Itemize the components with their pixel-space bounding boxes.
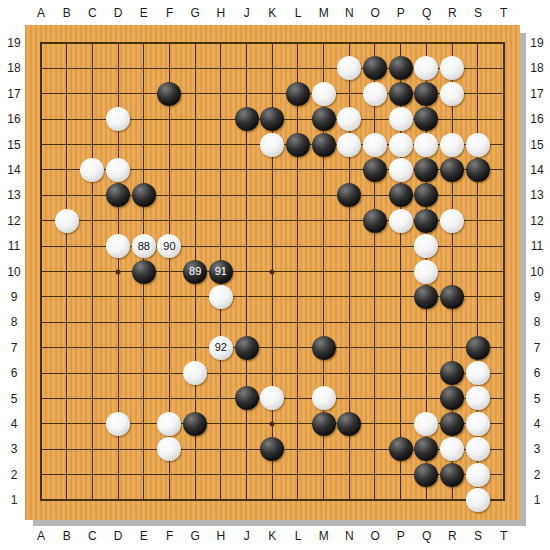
- intersection-P9[interactable]: [388, 284, 414, 309]
- intersection-P11[interactable]: [388, 233, 414, 258]
- intersection-O2[interactable]: [362, 462, 388, 487]
- intersection-L11[interactable]: [285, 233, 311, 258]
- intersection-N7[interactable]: [336, 335, 362, 360]
- intersection-O3[interactable]: [362, 437, 388, 462]
- intersection-L12[interactable]: [285, 208, 311, 233]
- intersection-T5[interactable]: [491, 386, 517, 411]
- intersection-J11[interactable]: [234, 233, 260, 258]
- intersection-A2[interactable]: [28, 462, 54, 487]
- intersection-B9[interactable]: [54, 284, 80, 309]
- intersection-J3[interactable]: [234, 437, 260, 462]
- intersection-Q11[interactable]: [414, 233, 440, 258]
- intersection-K4[interactable]: [259, 411, 285, 436]
- intersection-K10[interactable]: [259, 259, 285, 284]
- intersection-B14[interactable]: [54, 157, 80, 182]
- intersection-K5[interactable]: [259, 386, 285, 411]
- intersection-G8[interactable]: [182, 310, 208, 335]
- intersection-N3[interactable]: [336, 437, 362, 462]
- intersection-N15[interactable]: [336, 132, 362, 157]
- intersection-C2[interactable]: [80, 462, 106, 487]
- intersection-J19[interactable]: [234, 30, 260, 55]
- intersection-K13[interactable]: [259, 183, 285, 208]
- intersection-R14[interactable]: [439, 157, 465, 182]
- intersection-A7[interactable]: [28, 335, 54, 360]
- intersection-M6[interactable]: [311, 360, 337, 385]
- intersection-M12[interactable]: [311, 208, 337, 233]
- intersection-A3[interactable]: [28, 437, 54, 462]
- intersection-B8[interactable]: [54, 310, 80, 335]
- intersection-C6[interactable]: [80, 360, 106, 385]
- intersection-S8[interactable]: [465, 310, 491, 335]
- intersection-D9[interactable]: [105, 284, 131, 309]
- intersection-G10[interactable]: 89: [182, 259, 208, 284]
- intersection-K6[interactable]: [259, 360, 285, 385]
- intersection-O14[interactable]: [362, 157, 388, 182]
- intersection-A17[interactable]: [28, 81, 54, 106]
- intersection-O8[interactable]: [362, 310, 388, 335]
- intersection-G2[interactable]: [182, 462, 208, 487]
- intersection-F4[interactable]: [157, 411, 183, 436]
- intersection-R17[interactable]: [439, 81, 465, 106]
- intersection-J6[interactable]: [234, 360, 260, 385]
- intersection-S4[interactable]: [465, 411, 491, 436]
- intersection-G12[interactable]: [182, 208, 208, 233]
- intersection-Q19[interactable]: [414, 30, 440, 55]
- intersection-A6[interactable]: [28, 360, 54, 385]
- intersection-O12[interactable]: [362, 208, 388, 233]
- intersection-G3[interactable]: [182, 437, 208, 462]
- intersection-G9[interactable]: [182, 284, 208, 309]
- intersection-M17[interactable]: [311, 81, 337, 106]
- intersection-N8[interactable]: [336, 310, 362, 335]
- intersection-Q16[interactable]: [414, 106, 440, 131]
- intersection-J2[interactable]: [234, 462, 260, 487]
- intersection-H8[interactable]: [208, 310, 234, 335]
- intersection-G16[interactable]: [182, 106, 208, 131]
- intersection-P8[interactable]: [388, 310, 414, 335]
- intersection-K14[interactable]: [259, 157, 285, 182]
- intersection-R6[interactable]: [439, 360, 465, 385]
- intersection-S9[interactable]: [465, 284, 491, 309]
- intersection-T2[interactable]: [491, 462, 517, 487]
- intersection-O15[interactable]: [362, 132, 388, 157]
- intersection-G1[interactable]: [182, 487, 208, 512]
- intersection-K7[interactable]: [259, 335, 285, 360]
- intersection-S7[interactable]: [465, 335, 491, 360]
- intersection-R13[interactable]: [439, 183, 465, 208]
- intersection-B6[interactable]: [54, 360, 80, 385]
- intersection-H6[interactable]: [208, 360, 234, 385]
- intersection-P10[interactable]: [388, 259, 414, 284]
- intersection-F2[interactable]: [157, 462, 183, 487]
- intersection-E9[interactable]: [131, 284, 157, 309]
- intersection-N18[interactable]: [336, 56, 362, 81]
- intersection-O9[interactable]: [362, 284, 388, 309]
- intersection-A19[interactable]: [28, 30, 54, 55]
- intersection-G11[interactable]: [182, 233, 208, 258]
- intersection-R19[interactable]: [439, 30, 465, 55]
- intersection-C12[interactable]: [80, 208, 106, 233]
- intersection-P1[interactable]: [388, 487, 414, 512]
- intersection-P7[interactable]: [388, 335, 414, 360]
- intersection-S18[interactable]: [465, 56, 491, 81]
- intersection-P18[interactable]: [388, 56, 414, 81]
- intersection-S10[interactable]: [465, 259, 491, 284]
- intersection-P17[interactable]: [388, 81, 414, 106]
- intersection-B15[interactable]: [54, 132, 80, 157]
- intersection-T14[interactable]: [491, 157, 517, 182]
- intersection-R3[interactable]: [439, 437, 465, 462]
- intersection-P14[interactable]: [388, 157, 414, 182]
- intersection-T1[interactable]: [491, 487, 517, 512]
- intersection-Q18[interactable]: [414, 56, 440, 81]
- intersection-R4[interactable]: [439, 411, 465, 436]
- intersection-O7[interactable]: [362, 335, 388, 360]
- intersection-L3[interactable]: [285, 437, 311, 462]
- intersection-Q1[interactable]: [414, 487, 440, 512]
- intersection-F8[interactable]: [157, 310, 183, 335]
- intersection-Q10[interactable]: [414, 259, 440, 284]
- intersection-S2[interactable]: [465, 462, 491, 487]
- intersection-K3[interactable]: [259, 437, 285, 462]
- intersection-T17[interactable]: [491, 81, 517, 106]
- intersection-B5[interactable]: [54, 386, 80, 411]
- intersection-C9[interactable]: [80, 284, 106, 309]
- intersection-Q12[interactable]: [414, 208, 440, 233]
- intersection-Q14[interactable]: [414, 157, 440, 182]
- intersection-S14[interactable]: [465, 157, 491, 182]
- intersection-M3[interactable]: [311, 437, 337, 462]
- intersection-H12[interactable]: [208, 208, 234, 233]
- intersection-R1[interactable]: [439, 487, 465, 512]
- intersection-J1[interactable]: [234, 487, 260, 512]
- intersection-F18[interactable]: [157, 56, 183, 81]
- intersection-E1[interactable]: [131, 487, 157, 512]
- intersection-P4[interactable]: [388, 411, 414, 436]
- intersection-G13[interactable]: [182, 183, 208, 208]
- intersection-N9[interactable]: [336, 284, 362, 309]
- intersection-B16[interactable]: [54, 106, 80, 131]
- intersection-O17[interactable]: [362, 81, 388, 106]
- intersection-F11[interactable]: 90: [157, 233, 183, 258]
- intersection-H1[interactable]: [208, 487, 234, 512]
- intersection-G5[interactable]: [182, 386, 208, 411]
- intersection-R16[interactable]: [439, 106, 465, 131]
- intersection-R12[interactable]: [439, 208, 465, 233]
- intersection-F7[interactable]: [157, 335, 183, 360]
- intersection-M1[interactable]: [311, 487, 337, 512]
- intersection-H7[interactable]: 92: [208, 335, 234, 360]
- intersection-J10[interactable]: [234, 259, 260, 284]
- intersection-N4[interactable]: [336, 411, 362, 436]
- intersection-G6[interactable]: [182, 360, 208, 385]
- intersection-L13[interactable]: [285, 183, 311, 208]
- intersection-T12[interactable]: [491, 208, 517, 233]
- intersection-L4[interactable]: [285, 411, 311, 436]
- intersection-M13[interactable]: [311, 183, 337, 208]
- intersection-C16[interactable]: [80, 106, 106, 131]
- intersection-H11[interactable]: [208, 233, 234, 258]
- intersection-T16[interactable]: [491, 106, 517, 131]
- intersection-M14[interactable]: [311, 157, 337, 182]
- intersection-R2[interactable]: [439, 462, 465, 487]
- intersection-G15[interactable]: [182, 132, 208, 157]
- intersection-H3[interactable]: [208, 437, 234, 462]
- intersection-P6[interactable]: [388, 360, 414, 385]
- intersection-T10[interactable]: [491, 259, 517, 284]
- intersection-A16[interactable]: [28, 106, 54, 131]
- intersection-K15[interactable]: [259, 132, 285, 157]
- intersection-F1[interactable]: [157, 487, 183, 512]
- intersection-D12[interactable]: [105, 208, 131, 233]
- intersection-Q7[interactable]: [414, 335, 440, 360]
- intersection-E11[interactable]: 88: [131, 233, 157, 258]
- intersection-B11[interactable]: [54, 233, 80, 258]
- intersection-A12[interactable]: [28, 208, 54, 233]
- intersection-B12[interactable]: [54, 208, 80, 233]
- intersection-H16[interactable]: [208, 106, 234, 131]
- intersection-O16[interactable]: [362, 106, 388, 131]
- intersection-C17[interactable]: [80, 81, 106, 106]
- intersection-T19[interactable]: [491, 30, 517, 55]
- intersection-D8[interactable]: [105, 310, 131, 335]
- intersection-M7[interactable]: [311, 335, 337, 360]
- intersection-H18[interactable]: [208, 56, 234, 81]
- intersection-N13[interactable]: [336, 183, 362, 208]
- intersection-A13[interactable]: [28, 183, 54, 208]
- intersection-H2[interactable]: [208, 462, 234, 487]
- intersection-L1[interactable]: [285, 487, 311, 512]
- intersection-H10[interactable]: 91: [208, 259, 234, 284]
- intersection-D16[interactable]: [105, 106, 131, 131]
- intersection-B19[interactable]: [54, 30, 80, 55]
- intersection-C1[interactable]: [80, 487, 106, 512]
- intersection-J15[interactable]: [234, 132, 260, 157]
- intersection-E4[interactable]: [131, 411, 157, 436]
- intersection-D5[interactable]: [105, 386, 131, 411]
- intersection-H19[interactable]: [208, 30, 234, 55]
- intersection-B4[interactable]: [54, 411, 80, 436]
- intersection-L15[interactable]: [285, 132, 311, 157]
- intersection-G17[interactable]: [182, 81, 208, 106]
- intersection-F15[interactable]: [157, 132, 183, 157]
- intersection-O18[interactable]: [362, 56, 388, 81]
- intersection-P19[interactable]: [388, 30, 414, 55]
- intersection-B2[interactable]: [54, 462, 80, 487]
- intersection-J18[interactable]: [234, 56, 260, 81]
- intersection-P3[interactable]: [388, 437, 414, 462]
- intersection-F5[interactable]: [157, 386, 183, 411]
- intersection-G14[interactable]: [182, 157, 208, 182]
- intersection-Q3[interactable]: [414, 437, 440, 462]
- intersection-N2[interactable]: [336, 462, 362, 487]
- intersection-C19[interactable]: [80, 30, 106, 55]
- intersection-K8[interactable]: [259, 310, 285, 335]
- intersection-F16[interactable]: [157, 106, 183, 131]
- intersection-M19[interactable]: [311, 30, 337, 55]
- intersection-H15[interactable]: [208, 132, 234, 157]
- intersection-M16[interactable]: [311, 106, 337, 131]
- intersection-N5[interactable]: [336, 386, 362, 411]
- intersection-F6[interactable]: [157, 360, 183, 385]
- intersection-O6[interactable]: [362, 360, 388, 385]
- intersection-D1[interactable]: [105, 487, 131, 512]
- intersection-C10[interactable]: [80, 259, 106, 284]
- intersection-O11[interactable]: [362, 233, 388, 258]
- intersection-O5[interactable]: [362, 386, 388, 411]
- intersection-F10[interactable]: [157, 259, 183, 284]
- intersection-D4[interactable]: [105, 411, 131, 436]
- intersection-M5[interactable]: [311, 386, 337, 411]
- intersection-D6[interactable]: [105, 360, 131, 385]
- intersection-O1[interactable]: [362, 487, 388, 512]
- intersection-T8[interactable]: [491, 310, 517, 335]
- intersection-Q6[interactable]: [414, 360, 440, 385]
- intersection-E17[interactable]: [131, 81, 157, 106]
- intersection-L8[interactable]: [285, 310, 311, 335]
- intersection-J5[interactable]: [234, 386, 260, 411]
- intersection-B13[interactable]: [54, 183, 80, 208]
- intersection-M2[interactable]: [311, 462, 337, 487]
- intersection-L6[interactable]: [285, 360, 311, 385]
- intersection-E14[interactable]: [131, 157, 157, 182]
- intersection-F19[interactable]: [157, 30, 183, 55]
- intersection-D11[interactable]: [105, 233, 131, 258]
- intersection-K18[interactable]: [259, 56, 285, 81]
- intersection-B18[interactable]: [54, 56, 80, 81]
- intersection-E6[interactable]: [131, 360, 157, 385]
- intersection-M10[interactable]: [311, 259, 337, 284]
- intersection-E2[interactable]: [131, 462, 157, 487]
- intersection-S12[interactable]: [465, 208, 491, 233]
- intersection-A15[interactable]: [28, 132, 54, 157]
- intersection-P5[interactable]: [388, 386, 414, 411]
- intersection-T15[interactable]: [491, 132, 517, 157]
- intersection-J4[interactable]: [234, 411, 260, 436]
- intersection-A9[interactable]: [28, 284, 54, 309]
- intersection-E19[interactable]: [131, 30, 157, 55]
- intersection-C13[interactable]: [80, 183, 106, 208]
- intersection-A1[interactable]: [28, 487, 54, 512]
- intersection-M8[interactable]: [311, 310, 337, 335]
- intersection-R11[interactable]: [439, 233, 465, 258]
- intersection-Q2[interactable]: [414, 462, 440, 487]
- intersection-S17[interactable]: [465, 81, 491, 106]
- intersection-C15[interactable]: [80, 132, 106, 157]
- intersection-M15[interactable]: [311, 132, 337, 157]
- intersection-K11[interactable]: [259, 233, 285, 258]
- intersection-B17[interactable]: [54, 81, 80, 106]
- intersection-T6[interactable]: [491, 360, 517, 385]
- intersection-K17[interactable]: [259, 81, 285, 106]
- intersection-P2[interactable]: [388, 462, 414, 487]
- intersection-D10[interactable]: [105, 259, 131, 284]
- intersection-S15[interactable]: [465, 132, 491, 157]
- intersection-E13[interactable]: [131, 183, 157, 208]
- intersection-T9[interactable]: [491, 284, 517, 309]
- intersection-T18[interactable]: [491, 56, 517, 81]
- intersection-G18[interactable]: [182, 56, 208, 81]
- intersection-C5[interactable]: [80, 386, 106, 411]
- intersection-E16[interactable]: [131, 106, 157, 131]
- intersection-K12[interactable]: [259, 208, 285, 233]
- intersection-F17[interactable]: [157, 81, 183, 106]
- intersection-H14[interactable]: [208, 157, 234, 182]
- intersection-C18[interactable]: [80, 56, 106, 81]
- intersection-N6[interactable]: [336, 360, 362, 385]
- intersection-S6[interactable]: [465, 360, 491, 385]
- intersection-A10[interactable]: [28, 259, 54, 284]
- intersection-M18[interactable]: [311, 56, 337, 81]
- intersection-Q15[interactable]: [414, 132, 440, 157]
- intersection-J9[interactable]: [234, 284, 260, 309]
- intersection-J7[interactable]: [234, 335, 260, 360]
- intersection-P16[interactable]: [388, 106, 414, 131]
- intersection-L19[interactable]: [285, 30, 311, 55]
- intersection-N10[interactable]: [336, 259, 362, 284]
- intersection-J16[interactable]: [234, 106, 260, 131]
- intersection-F12[interactable]: [157, 208, 183, 233]
- intersection-D17[interactable]: [105, 81, 131, 106]
- intersection-F9[interactable]: [157, 284, 183, 309]
- intersection-S3[interactable]: [465, 437, 491, 462]
- intersection-L10[interactable]: [285, 259, 311, 284]
- intersection-J14[interactable]: [234, 157, 260, 182]
- intersection-F3[interactable]: [157, 437, 183, 462]
- intersection-M9[interactable]: [311, 284, 337, 309]
- intersection-C8[interactable]: [80, 310, 106, 335]
- intersection-J8[interactable]: [234, 310, 260, 335]
- intersection-C11[interactable]: [80, 233, 106, 258]
- intersection-S11[interactable]: [465, 233, 491, 258]
- intersection-D15[interactable]: [105, 132, 131, 157]
- intersection-R8[interactable]: [439, 310, 465, 335]
- intersection-Q8[interactable]: [414, 310, 440, 335]
- intersection-O19[interactable]: [362, 30, 388, 55]
- intersection-N17[interactable]: [336, 81, 362, 106]
- intersection-M4[interactable]: [311, 411, 337, 436]
- intersection-C4[interactable]: [80, 411, 106, 436]
- intersection-E12[interactable]: [131, 208, 157, 233]
- intersection-S16[interactable]: [465, 106, 491, 131]
- intersection-A18[interactable]: [28, 56, 54, 81]
- intersection-D13[interactable]: [105, 183, 131, 208]
- intersection-P15[interactable]: [388, 132, 414, 157]
- intersection-D19[interactable]: [105, 30, 131, 55]
- intersection-E15[interactable]: [131, 132, 157, 157]
- intersection-B3[interactable]: [54, 437, 80, 462]
- intersection-R7[interactable]: [439, 335, 465, 360]
- intersection-G19[interactable]: [182, 30, 208, 55]
- intersection-H13[interactable]: [208, 183, 234, 208]
- intersection-C3[interactable]: [80, 437, 106, 462]
- intersection-R10[interactable]: [439, 259, 465, 284]
- intersection-M11[interactable]: [311, 233, 337, 258]
- intersection-E8[interactable]: [131, 310, 157, 335]
- intersection-N11[interactable]: [336, 233, 362, 258]
- intersection-L18[interactable]: [285, 56, 311, 81]
- intersection-E7[interactable]: [131, 335, 157, 360]
- intersection-A8[interactable]: [28, 310, 54, 335]
- intersection-D14[interactable]: [105, 157, 131, 182]
- intersection-D7[interactable]: [105, 335, 131, 360]
- intersection-L7[interactable]: [285, 335, 311, 360]
- intersection-K19[interactable]: [259, 30, 285, 55]
- intersection-K9[interactable]: [259, 284, 285, 309]
- intersection-A4[interactable]: [28, 411, 54, 436]
- intersection-S13[interactable]: [465, 183, 491, 208]
- intersection-N1[interactable]: [336, 487, 362, 512]
